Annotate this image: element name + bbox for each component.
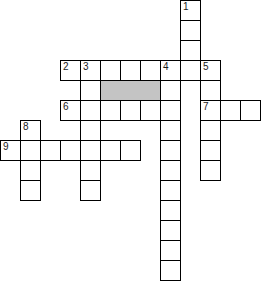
- cell-r7c3[interactable]: [60, 140, 81, 161]
- cell-r7c2[interactable]: [40, 140, 61, 161]
- cell-r11c8[interactable]: [160, 220, 181, 241]
- cell-r7c4[interactable]: [80, 140, 101, 161]
- cell-r5c6[interactable]: [120, 100, 141, 121]
- shaded-block: [100, 80, 161, 101]
- cell-r8c8[interactable]: [160, 160, 181, 181]
- crossword-board: 123456789: [0, 0, 261, 281]
- cell-r7c8[interactable]: [160, 140, 181, 161]
- cell-r6c1-num-8[interactable]: 8: [20, 120, 41, 141]
- cell-r0c9-num-1[interactable]: 1: [180, 0, 201, 21]
- cell-r12c8[interactable]: [160, 240, 181, 261]
- cell-r3c4-num-3[interactable]: 3: [80, 60, 101, 81]
- cell-r3c6[interactable]: [120, 60, 141, 81]
- cell-r4c4[interactable]: [80, 80, 101, 101]
- cell-r9c1[interactable]: [20, 180, 41, 201]
- cell-r5c11[interactable]: [220, 100, 241, 121]
- crossword-page: 123456789: [0, 0, 261, 281]
- clue-number-9: 9: [3, 141, 9, 152]
- cell-r5c12[interactable]: [240, 100, 261, 121]
- cell-r3c7[interactable]: [140, 60, 161, 81]
- cell-r4c10[interactable]: [200, 80, 221, 101]
- cell-r5c8[interactable]: [160, 100, 181, 121]
- cell-r4c8[interactable]: [160, 80, 181, 101]
- cell-r7c5[interactable]: [100, 140, 121, 161]
- clue-number-7: 7: [203, 101, 209, 112]
- clue-number-6: 6: [63, 101, 69, 112]
- cell-r2c9[interactable]: [180, 40, 201, 61]
- cell-r9c8[interactable]: [160, 180, 181, 201]
- clue-number-2: 2: [63, 61, 69, 72]
- cell-r9c4[interactable]: [80, 180, 101, 201]
- cell-r8c10[interactable]: [200, 160, 221, 181]
- cell-r10c8[interactable]: [160, 200, 181, 221]
- cell-r8c1[interactable]: [20, 160, 41, 181]
- clue-number-3: 3: [83, 61, 89, 72]
- cell-r7c0-num-9[interactable]: 9: [0, 140, 21, 161]
- cell-r3c3-num-2[interactable]: 2: [60, 60, 81, 81]
- cell-r1c9[interactable]: [180, 20, 201, 41]
- cell-r3c10-num-5[interactable]: 5: [200, 60, 221, 81]
- clue-number-8: 8: [23, 121, 29, 132]
- cell-r5c4[interactable]: [80, 100, 101, 121]
- cell-r6c10[interactable]: [200, 120, 221, 141]
- cell-r3c9[interactable]: [180, 60, 201, 81]
- cell-r5c3-num-6[interactable]: 6: [60, 100, 81, 121]
- cell-r13c8[interactable]: [160, 260, 181, 281]
- cell-r5c10-num-7[interactable]: 7: [200, 100, 221, 121]
- cell-r5c5[interactable]: [100, 100, 121, 121]
- cell-r3c5[interactable]: [100, 60, 121, 81]
- cell-r6c8[interactable]: [160, 120, 181, 141]
- clue-number-1: 1: [183, 1, 189, 12]
- cell-r7c1[interactable]: [20, 140, 41, 161]
- cell-r3c8-num-4[interactable]: 4: [160, 60, 181, 81]
- cell-r5c7[interactable]: [140, 100, 161, 121]
- clue-number-5: 5: [203, 61, 209, 72]
- cell-r7c6[interactable]: [120, 140, 141, 161]
- cell-r7c10[interactable]: [200, 140, 221, 161]
- cell-r6c4[interactable]: [80, 120, 101, 141]
- clue-number-4: 4: [163, 61, 169, 72]
- cell-r8c4[interactable]: [80, 160, 101, 181]
